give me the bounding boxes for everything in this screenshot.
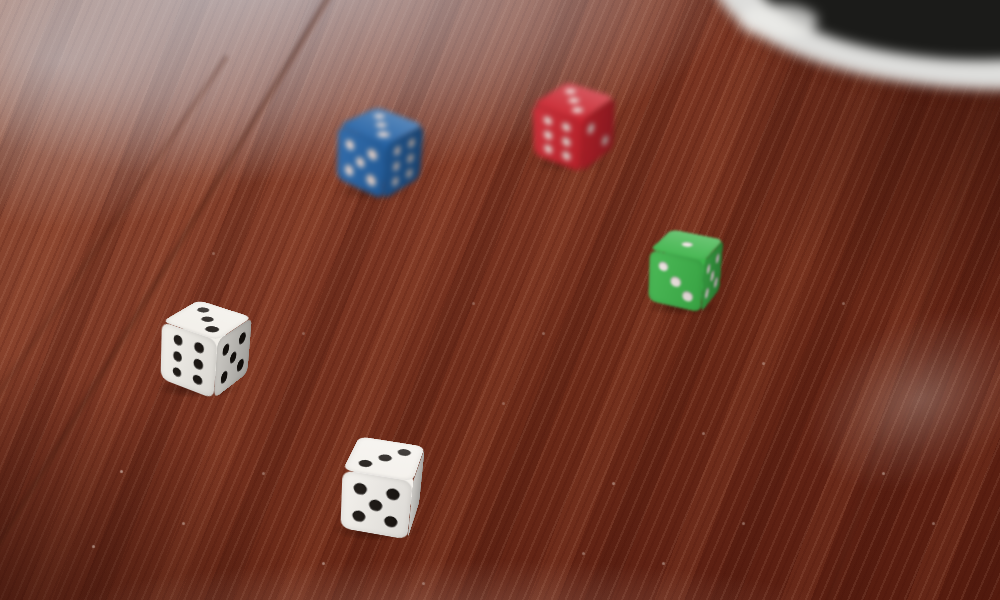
die-cube xyxy=(550,93,598,160)
die-pip xyxy=(193,374,202,387)
die-pip xyxy=(199,315,216,323)
die-pip xyxy=(570,106,586,114)
dice-layer xyxy=(0,0,1000,600)
die-pip xyxy=(239,330,246,345)
die-pip xyxy=(366,173,375,187)
die-cube xyxy=(356,116,405,189)
die-pip xyxy=(716,251,720,265)
die-pip xyxy=(562,150,570,161)
die-pip xyxy=(194,358,204,371)
die-pip xyxy=(392,175,399,187)
die-red xyxy=(519,71,629,181)
die-green xyxy=(633,217,739,323)
die-pip xyxy=(195,306,212,313)
die-pip xyxy=(237,358,244,373)
die-pip xyxy=(356,155,365,169)
die-pip xyxy=(174,334,183,347)
die-pip xyxy=(345,163,354,177)
die-pip xyxy=(375,131,392,139)
die-face-front xyxy=(340,469,413,539)
die-pip xyxy=(345,137,354,151)
die-pip xyxy=(563,88,578,95)
die-pip xyxy=(384,515,398,528)
die-pip xyxy=(680,241,695,247)
die-pip xyxy=(544,129,552,140)
die-pip xyxy=(566,97,582,104)
die-pip xyxy=(714,275,718,289)
die-pip xyxy=(602,133,608,147)
photo-stage xyxy=(0,0,1000,600)
die-pip xyxy=(408,137,415,149)
die-pip xyxy=(222,342,229,358)
die-pip xyxy=(682,291,693,303)
die-pip xyxy=(386,487,400,501)
die-cube xyxy=(659,239,714,300)
die-pip xyxy=(373,121,389,128)
die-pip xyxy=(351,509,364,522)
die-pip xyxy=(396,448,411,456)
die-pip xyxy=(670,275,681,287)
die-pip xyxy=(173,366,182,379)
die-pip xyxy=(377,453,393,462)
die-pip xyxy=(406,167,413,179)
die-pip xyxy=(220,369,227,385)
die-pip xyxy=(588,121,595,136)
die-white-bottom-center xyxy=(318,422,447,551)
die-pip xyxy=(353,481,367,494)
die-pip xyxy=(394,145,401,158)
die-pip xyxy=(173,350,182,363)
die-pip xyxy=(705,286,709,300)
die-pip xyxy=(356,459,372,468)
die-pip xyxy=(562,121,570,133)
die-pip xyxy=(368,498,382,511)
die-white-near-left xyxy=(145,287,267,409)
die-pip xyxy=(194,341,204,354)
die-pip xyxy=(562,136,570,147)
die-cube xyxy=(179,310,235,385)
die-pip xyxy=(393,160,400,172)
die-pip xyxy=(230,350,237,366)
die-pip xyxy=(368,147,378,161)
die-pip xyxy=(544,115,552,126)
die-pip xyxy=(371,113,387,120)
die-cube xyxy=(348,452,418,520)
die-blue xyxy=(323,95,437,209)
die-pip xyxy=(407,152,414,164)
die-pip xyxy=(544,143,552,154)
die-pip xyxy=(203,325,221,333)
die-pip xyxy=(658,260,668,272)
